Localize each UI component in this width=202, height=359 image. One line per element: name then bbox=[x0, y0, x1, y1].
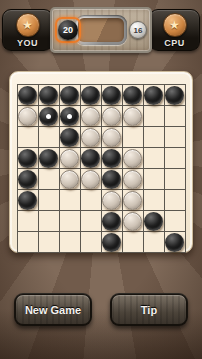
board-cell[interactable] bbox=[39, 190, 59, 210]
board-cell[interactable] bbox=[60, 211, 80, 231]
last-move-dot bbox=[67, 114, 72, 119]
board-cell[interactable] bbox=[165, 190, 185, 210]
board-cell[interactable] bbox=[60, 127, 80, 147]
board-cell[interactable] bbox=[165, 106, 185, 126]
board-cell[interactable] bbox=[60, 148, 80, 168]
black-stone bbox=[123, 86, 142, 105]
game-screen: ★ YOU 20 16 ★ CPU New Game bbox=[0, 0, 202, 359]
board-cell[interactable] bbox=[39, 232, 59, 252]
player-cpu-tile: ★ CPU bbox=[149, 9, 200, 51]
board-cell[interactable] bbox=[144, 127, 164, 147]
last-move-dot bbox=[46, 114, 51, 119]
black-stone bbox=[144, 86, 163, 105]
black-stone bbox=[102, 170, 121, 189]
star-icon: ★ bbox=[169, 19, 180, 31]
white-stone bbox=[123, 170, 142, 189]
black-stone bbox=[102, 233, 121, 252]
board-cell[interactable] bbox=[123, 190, 143, 210]
board-cell[interactable] bbox=[81, 106, 101, 126]
cpu-medal-icon: ★ bbox=[163, 13, 187, 37]
board-cell[interactable] bbox=[102, 190, 122, 210]
new-game-label: New Game bbox=[25, 304, 81, 316]
black-stone bbox=[18, 191, 37, 210]
white-stone bbox=[123, 149, 142, 168]
board-cell[interactable] bbox=[39, 169, 59, 189]
board-cell[interactable] bbox=[165, 127, 185, 147]
board-cell[interactable] bbox=[60, 232, 80, 252]
board-cell[interactable] bbox=[123, 85, 143, 105]
black-stone bbox=[39, 107, 58, 126]
white-stone bbox=[102, 128, 121, 147]
new-game-button-face: New Game bbox=[16, 295, 90, 324]
board-cell[interactable] bbox=[102, 148, 122, 168]
black-score-chip: 20 bbox=[58, 20, 78, 40]
board-cell[interactable] bbox=[81, 169, 101, 189]
black-stone bbox=[18, 149, 37, 168]
white-stone bbox=[102, 191, 121, 210]
black-stone bbox=[18, 170, 37, 189]
board-cell[interactable] bbox=[60, 190, 80, 210]
tip-label: Tip bbox=[141, 304, 157, 316]
board-cell[interactable] bbox=[123, 127, 143, 147]
board-cell[interactable] bbox=[18, 169, 38, 189]
board-cell[interactable] bbox=[102, 211, 122, 231]
white-stone bbox=[81, 107, 100, 126]
board-cell[interactable] bbox=[144, 169, 164, 189]
white-stone bbox=[123, 107, 142, 126]
board-cell[interactable] bbox=[123, 211, 143, 231]
board-cell[interactable] bbox=[18, 148, 38, 168]
board-cell[interactable] bbox=[144, 85, 164, 105]
you-label: YOU bbox=[17, 38, 38, 48]
board-cell[interactable] bbox=[18, 232, 38, 252]
you-medal-icon: ★ bbox=[16, 13, 40, 37]
white-stone bbox=[60, 149, 79, 168]
board-cell[interactable] bbox=[102, 169, 122, 189]
board-cell[interactable] bbox=[81, 85, 101, 105]
white-stone bbox=[123, 212, 142, 231]
board-cell[interactable] bbox=[123, 106, 143, 126]
black-stone bbox=[102, 149, 121, 168]
board-cell[interactable] bbox=[165, 169, 185, 189]
board-cell[interactable] bbox=[81, 211, 101, 231]
black-stone bbox=[165, 233, 184, 252]
star-icon: ★ bbox=[22, 19, 33, 31]
board-cell[interactable] bbox=[165, 85, 185, 105]
board-cell[interactable] bbox=[39, 127, 59, 147]
score-bar: ★ YOU 20 16 ★ CPU bbox=[2, 7, 200, 53]
board-cell[interactable] bbox=[144, 232, 164, 252]
board-cell[interactable] bbox=[81, 148, 101, 168]
board-cell[interactable] bbox=[165, 232, 185, 252]
game-board bbox=[9, 71, 193, 253]
board-cell[interactable] bbox=[39, 85, 59, 105]
board-cell[interactable] bbox=[60, 85, 80, 105]
board-cell[interactable] bbox=[39, 211, 59, 231]
board-cell[interactable] bbox=[123, 232, 143, 252]
board-cell[interactable] bbox=[102, 106, 122, 126]
board-cell[interactable] bbox=[144, 190, 164, 210]
board-cell[interactable] bbox=[81, 127, 101, 147]
board-grid bbox=[17, 84, 186, 253]
board-cell[interactable] bbox=[123, 148, 143, 168]
board-cell[interactable] bbox=[102, 85, 122, 105]
board-cell[interactable] bbox=[39, 106, 59, 126]
board-cell[interactable] bbox=[144, 106, 164, 126]
board-cell[interactable] bbox=[18, 190, 38, 210]
black-stone bbox=[102, 86, 121, 105]
white-stone bbox=[123, 191, 142, 210]
board-cell[interactable] bbox=[165, 211, 185, 231]
black-stone bbox=[60, 128, 79, 147]
white-stone bbox=[102, 107, 121, 126]
black-stone bbox=[81, 86, 100, 105]
player-you-tile: ★ YOU bbox=[2, 9, 53, 51]
white-stone bbox=[18, 107, 37, 126]
black-stone bbox=[144, 212, 163, 231]
board-cell[interactable] bbox=[165, 148, 185, 168]
board-cell[interactable] bbox=[60, 106, 80, 126]
board-cell[interactable] bbox=[81, 232, 101, 252]
white-stone bbox=[81, 128, 100, 147]
tip-button-face: Tip bbox=[112, 295, 186, 324]
board-cell[interactable] bbox=[18, 127, 38, 147]
new-game-button[interactable]: New Game bbox=[14, 293, 92, 326]
board-cell[interactable] bbox=[102, 232, 122, 252]
white-score-chip: 16 bbox=[129, 21, 147, 39]
white-stone bbox=[60, 170, 79, 189]
button-row: New Game Tip bbox=[0, 293, 202, 326]
black-stone bbox=[81, 149, 100, 168]
board-cell[interactable] bbox=[81, 190, 101, 210]
tip-button[interactable]: Tip bbox=[110, 293, 188, 326]
turn-indicator-ring: 20 bbox=[55, 17, 81, 43]
black-stone bbox=[102, 212, 121, 231]
score-plaque: 20 16 bbox=[50, 7, 152, 53]
board-cell[interactable] bbox=[144, 148, 164, 168]
board-cell[interactable] bbox=[144, 211, 164, 231]
white-stone bbox=[81, 170, 100, 189]
board-cell[interactable] bbox=[18, 106, 38, 126]
black-stone bbox=[60, 86, 79, 105]
board-cell[interactable] bbox=[18, 85, 38, 105]
black-stone bbox=[39, 86, 58, 105]
black-stone bbox=[165, 86, 184, 105]
black-stone bbox=[18, 86, 37, 105]
display-window bbox=[75, 15, 127, 45]
cpu-label: CPU bbox=[164, 38, 185, 48]
board-cell[interactable] bbox=[123, 169, 143, 189]
board-cell[interactable] bbox=[60, 169, 80, 189]
board-cell[interactable] bbox=[39, 148, 59, 168]
display-window-inner bbox=[78, 18, 124, 42]
black-stone bbox=[60, 107, 79, 126]
board-cell[interactable] bbox=[18, 211, 38, 231]
board-cell[interactable] bbox=[102, 127, 122, 147]
black-stone bbox=[39, 149, 58, 168]
